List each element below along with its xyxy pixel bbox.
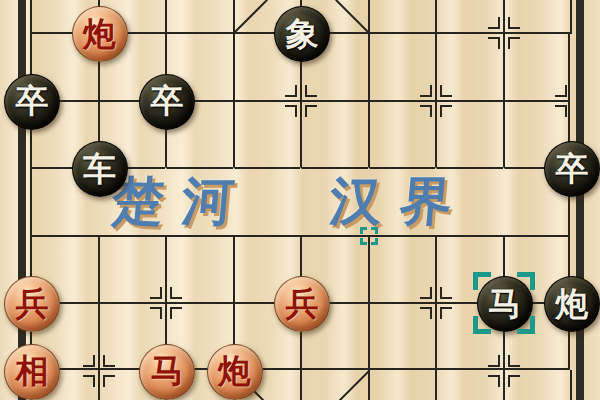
- river-label-han: 汉界: [327, 170, 472, 232]
- grid-line-extension: [30, 0, 32, 34]
- position-marker: [488, 17, 500, 29]
- position-marker: [555, 85, 567, 97]
- piece-red-horse[interactable]: 马: [139, 344, 195, 400]
- position-marker: [150, 307, 162, 319]
- grid-line-extension: [503, 0, 505, 34]
- piece-black-soldier[interactable]: 卒: [4, 74, 60, 130]
- piece-glyph: 炮: [556, 282, 589, 327]
- position-marker: [508, 375, 520, 387]
- position-marker: [170, 287, 182, 299]
- piece-glyph: 卒: [16, 79, 49, 124]
- grid-line-extension: [300, 370, 302, 400]
- position-marker: [420, 307, 432, 319]
- grid-line-extension: [165, 0, 167, 34]
- grid-line-extension: [570, 0, 572, 34]
- position-marker: [103, 375, 115, 387]
- position-marker: [285, 85, 297, 97]
- position-marker: [440, 287, 452, 299]
- position-marker: [170, 307, 182, 319]
- palace-diagonal: [335, 0, 370, 34]
- position-marker: [488, 37, 500, 49]
- piece-glyph: 卒: [556, 147, 589, 192]
- position-marker: [440, 105, 452, 117]
- grid-line-extension: [368, 370, 370, 400]
- piece-red-cannon[interactable]: 炮: [72, 6, 128, 62]
- grid-line-extension: [435, 0, 437, 34]
- position-marker: [420, 287, 432, 299]
- grid-line-extension: [98, 370, 100, 400]
- position-marker: [103, 355, 115, 367]
- grid-line-extension: [233, 0, 235, 34]
- position-marker: [83, 375, 95, 387]
- piece-glyph: 兵: [286, 282, 319, 327]
- position-marker: [555, 105, 567, 117]
- piece-black-soldier[interactable]: 卒: [544, 141, 600, 197]
- position-marker: [420, 105, 432, 117]
- position-marker: [420, 85, 432, 97]
- position-marker: [508, 37, 520, 49]
- river-label-chu: 楚河: [109, 170, 254, 232]
- piece-red-cannon[interactable]: 炮: [207, 344, 263, 400]
- piece-black-elephant[interactable]: 象: [274, 6, 330, 62]
- board-left-border: [18, 0, 26, 400]
- position-marker: [150, 287, 162, 299]
- palace-diagonal: [338, 370, 369, 400]
- piece-black-horse[interactable]: 马: [477, 276, 533, 332]
- xiangqi-board[interactable]: 楚河 汉界 炮象卒卒车卒兵兵马炮相马炮: [0, 0, 600, 400]
- position-marker: [305, 105, 317, 117]
- position-marker: [285, 105, 297, 117]
- position-marker: [440, 307, 452, 319]
- piece-glyph: 象: [286, 12, 319, 57]
- piece-glyph: 马: [151, 349, 184, 394]
- piece-red-elephant[interactable]: 相: [4, 344, 60, 400]
- position-marker: [83, 355, 95, 367]
- piece-glyph: 相: [16, 349, 49, 394]
- piece-black-cannon[interactable]: 炮: [544, 276, 600, 332]
- grid-line-extension: [368, 0, 370, 34]
- grid-line-extension: [435, 370, 437, 400]
- position-marker: [440, 85, 452, 97]
- position-marker: [508, 17, 520, 29]
- piece-glyph: 炮: [83, 12, 116, 57]
- piece-red-soldier[interactable]: 兵: [4, 276, 60, 332]
- position-marker: [305, 85, 317, 97]
- piece-glyph: 兵: [16, 282, 49, 327]
- piece-red-soldier[interactable]: 兵: [274, 276, 330, 332]
- position-marker: [488, 355, 500, 367]
- position-marker: [488, 375, 500, 387]
- palace-diagonal: [233, 0, 268, 34]
- grid-line-extension: [503, 370, 505, 400]
- grid-line-extension: [570, 370, 572, 400]
- piece-black-chariot[interactable]: 车: [72, 141, 128, 197]
- piece-glyph: 车: [83, 147, 116, 192]
- position-marker: [508, 355, 520, 367]
- piece-glyph: 马: [488, 282, 521, 327]
- piece-black-soldier[interactable]: 卒: [139, 74, 195, 130]
- piece-glyph: 炮: [218, 349, 251, 394]
- board-right-border: [576, 0, 584, 400]
- piece-glyph: 卒: [151, 79, 184, 124]
